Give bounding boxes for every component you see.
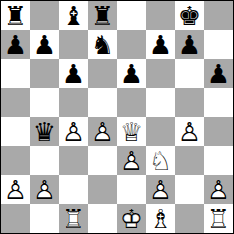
square-h7[interactable] xyxy=(204,30,233,59)
piece-white-pawn[interactable]: ♟♙ xyxy=(117,146,146,175)
piece-white-pawn[interactable]: ♟♙ xyxy=(88,117,117,146)
square-c1[interactable]: ♜♖ xyxy=(59,204,88,233)
piece-white-rook[interactable]: ♜♖ xyxy=(59,204,88,233)
piece-white-king[interactable]: ♚♔ xyxy=(117,204,146,233)
square-h8[interactable] xyxy=(204,1,233,30)
square-f7[interactable]: ♟ xyxy=(146,30,175,59)
square-a8[interactable]: ♜ xyxy=(1,1,30,30)
piece-white-pawn[interactable]: ♟♙ xyxy=(146,175,175,204)
square-b7[interactable]: ♟ xyxy=(30,30,59,59)
piece-black-pawn[interactable]: ♟ xyxy=(175,30,204,59)
square-d6[interactable] xyxy=(88,59,117,88)
square-c8[interactable]: ♝ xyxy=(59,1,88,30)
white-piece-outline: ♙ xyxy=(146,175,175,204)
white-piece-outline: ♙ xyxy=(175,117,204,146)
piece-white-pawn[interactable]: ♟♙ xyxy=(59,117,88,146)
square-c7[interactable] xyxy=(59,30,88,59)
square-d5[interactable] xyxy=(88,88,117,117)
white-piece-outline: ♖ xyxy=(59,204,88,233)
white-piece-outline: ♗ xyxy=(146,204,175,233)
white-piece-outline: ♙ xyxy=(1,175,30,204)
square-f3[interactable]: ♞♘ xyxy=(146,146,175,175)
square-h2[interactable]: ♟♙ xyxy=(204,175,233,204)
square-c2[interactable] xyxy=(59,175,88,204)
square-f2[interactable]: ♟♙ xyxy=(146,175,175,204)
square-a1[interactable] xyxy=(1,204,30,233)
white-piece-outline: ♙ xyxy=(204,175,233,204)
square-b1[interactable] xyxy=(30,204,59,233)
square-f6[interactable] xyxy=(146,59,175,88)
piece-white-pawn[interactable]: ♟♙ xyxy=(1,175,30,204)
piece-black-king[interactable]: ♚ xyxy=(175,1,204,30)
square-c3[interactable] xyxy=(59,146,88,175)
square-h5[interactable] xyxy=(204,88,233,117)
piece-white-pawn[interactable]: ♟♙ xyxy=(204,175,233,204)
square-g2[interactable] xyxy=(175,175,204,204)
square-c4[interactable]: ♟♙ xyxy=(59,117,88,146)
square-a5[interactable] xyxy=(1,88,30,117)
square-f1[interactable]: ♝♗ xyxy=(146,204,175,233)
piece-white-pawn[interactable]: ♟♙ xyxy=(30,175,59,204)
square-e8[interactable] xyxy=(117,1,146,30)
square-d2[interactable] xyxy=(88,175,117,204)
white-piece-outline: ♖ xyxy=(204,204,233,233)
square-d1[interactable] xyxy=(88,204,117,233)
square-e2[interactable] xyxy=(117,175,146,204)
square-f5[interactable] xyxy=(146,88,175,117)
square-d8[interactable]: ♜ xyxy=(88,1,117,30)
square-g3[interactable] xyxy=(175,146,204,175)
square-e7[interactable] xyxy=(117,30,146,59)
white-piece-outline: ♘ xyxy=(146,146,175,175)
piece-black-pawn[interactable]: ♟ xyxy=(117,59,146,88)
square-a7[interactable]: ♟ xyxy=(1,30,30,59)
piece-black-rook[interactable]: ♜ xyxy=(88,1,117,30)
square-e1[interactable]: ♚♔ xyxy=(117,204,146,233)
piece-black-bishop[interactable]: ♝ xyxy=(59,1,88,30)
square-e6[interactable]: ♟ xyxy=(117,59,146,88)
square-b5[interactable] xyxy=(30,88,59,117)
piece-black-pawn[interactable]: ♟ xyxy=(204,59,233,88)
square-h6[interactable]: ♟ xyxy=(204,59,233,88)
piece-black-rook[interactable]: ♜ xyxy=(1,1,30,30)
square-e4[interactable]: ♛♕ xyxy=(117,117,146,146)
square-a3[interactable] xyxy=(1,146,30,175)
square-f4[interactable] xyxy=(146,117,175,146)
square-a4[interactable] xyxy=(1,117,30,146)
square-b2[interactable]: ♟♙ xyxy=(30,175,59,204)
square-c6[interactable]: ♟ xyxy=(59,59,88,88)
piece-white-rook[interactable]: ♜♖ xyxy=(204,204,233,233)
piece-black-pawn[interactable]: ♟ xyxy=(146,30,175,59)
square-g6[interactable] xyxy=(175,59,204,88)
square-g5[interactable] xyxy=(175,88,204,117)
square-h1[interactable]: ♜♖ xyxy=(204,204,233,233)
square-d4[interactable]: ♟♙ xyxy=(88,117,117,146)
square-a6[interactable] xyxy=(1,59,30,88)
white-piece-outline: ♕ xyxy=(117,117,146,146)
square-b8[interactable] xyxy=(30,1,59,30)
piece-white-queen[interactable]: ♛♕ xyxy=(117,117,146,146)
white-piece-outline: ♙ xyxy=(88,117,117,146)
piece-white-bishop[interactable]: ♝♗ xyxy=(146,204,175,233)
square-g1[interactable] xyxy=(175,204,204,233)
square-g4[interactable]: ♟♙ xyxy=(175,117,204,146)
piece-black-pawn[interactable]: ♟ xyxy=(1,30,30,59)
chess-board: ♜♝♜♚♟♟♞♟♟♟♟♟♛♟♙♟♙♛♕♟♙♟♙♞♘♟♙♟♙♟♙♟♙♜♖♚♔♝♗♜… xyxy=(0,0,234,234)
square-e3[interactable]: ♟♙ xyxy=(117,146,146,175)
square-b6[interactable] xyxy=(30,59,59,88)
square-b4[interactable]: ♛ xyxy=(30,117,59,146)
piece-black-pawn[interactable]: ♟ xyxy=(59,59,88,88)
square-e5[interactable] xyxy=(117,88,146,117)
square-d7[interactable]: ♞ xyxy=(88,30,117,59)
square-a2[interactable]: ♟♙ xyxy=(1,175,30,204)
white-piece-outline: ♙ xyxy=(117,146,146,175)
piece-white-knight[interactable]: ♞♘ xyxy=(146,146,175,175)
piece-black-queen[interactable]: ♛ xyxy=(30,117,59,146)
square-f8[interactable] xyxy=(146,1,175,30)
piece-white-pawn[interactable]: ♟♙ xyxy=(175,117,204,146)
white-piece-outline: ♙ xyxy=(30,175,59,204)
square-h4[interactable] xyxy=(204,117,233,146)
square-b3[interactable] xyxy=(30,146,59,175)
square-c5[interactable] xyxy=(59,88,88,117)
square-g8[interactable]: ♚ xyxy=(175,1,204,30)
white-piece-outline: ♙ xyxy=(59,117,88,146)
piece-black-knight[interactable]: ♞ xyxy=(88,30,117,59)
square-d3[interactable] xyxy=(88,146,117,175)
piece-black-pawn[interactable]: ♟ xyxy=(30,30,59,59)
white-piece-outline: ♔ xyxy=(117,204,146,233)
square-g7[interactable]: ♟ xyxy=(175,30,204,59)
square-h3[interactable] xyxy=(204,146,233,175)
